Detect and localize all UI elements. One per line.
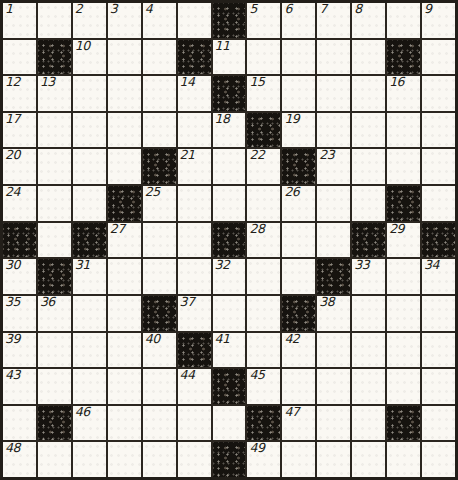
white-cell-r6c10[interactable] bbox=[317, 186, 350, 221]
white-cell-r6c11[interactable] bbox=[352, 186, 385, 221]
white-cell-r7c2[interactable] bbox=[38, 223, 71, 258]
black-cell-r13c7 bbox=[213, 442, 246, 477]
clue-number-32: 32 bbox=[215, 258, 230, 272]
white-cell-r12c11[interactable] bbox=[352, 406, 385, 441]
clue-number-15: 15 bbox=[249, 75, 264, 89]
white-cell-r10c8[interactable] bbox=[247, 333, 280, 368]
white-cell-r1c9[interactable]: 6 bbox=[282, 3, 315, 38]
white-cell-r7c9[interactable] bbox=[282, 223, 315, 258]
white-cell-r1c6[interactable] bbox=[178, 3, 211, 38]
white-cell-r12c1[interactable] bbox=[3, 406, 36, 441]
white-cell-r12c10[interactable] bbox=[317, 406, 350, 441]
white-cell-r5c13[interactable] bbox=[422, 149, 455, 184]
clue-number-47: 47 bbox=[284, 405, 299, 419]
white-cell-r9c1[interactable]: 35 bbox=[3, 296, 36, 331]
white-cell-r2c9[interactable] bbox=[282, 40, 315, 75]
white-cell-r12c7[interactable] bbox=[213, 406, 246, 441]
clue-number-25: 25 bbox=[145, 185, 160, 199]
black-cell-r12c8 bbox=[247, 406, 280, 441]
white-cell-r8c3[interactable]: 31 bbox=[73, 259, 106, 294]
white-cell-r4c1[interactable]: 17 bbox=[3, 113, 36, 148]
white-cell-r10c3[interactable] bbox=[73, 333, 106, 368]
clue-number-9: 9 bbox=[424, 2, 431, 16]
white-cell-r13c9[interactable] bbox=[282, 442, 315, 477]
clue-number-44: 44 bbox=[180, 368, 195, 382]
white-cell-r2c1[interactable] bbox=[3, 40, 36, 75]
black-cell-r12c2 bbox=[38, 406, 71, 441]
clue-number-33: 33 bbox=[354, 258, 369, 272]
white-cell-r4c4[interactable] bbox=[108, 113, 141, 148]
white-cell-r7c8[interactable]: 28 bbox=[247, 223, 280, 258]
clue-number-6: 6 bbox=[284, 2, 291, 16]
clue-number-1: 1 bbox=[5, 2, 12, 16]
white-cell-r2c4[interactable] bbox=[108, 40, 141, 75]
white-cell-r10c10[interactable] bbox=[317, 333, 350, 368]
white-cell-r5c1[interactable]: 20 bbox=[3, 149, 36, 184]
black-cell-r11c7 bbox=[213, 369, 246, 404]
black-cell-r6c4 bbox=[108, 186, 141, 221]
clue-number-31: 31 bbox=[75, 258, 90, 272]
white-cell-r13c11[interactable] bbox=[352, 442, 385, 477]
black-cell-r7c13 bbox=[422, 223, 455, 258]
white-cell-r6c9[interactable]: 26 bbox=[282, 186, 315, 221]
clue-number-41: 41 bbox=[215, 332, 230, 346]
white-cell-r11c10[interactable] bbox=[317, 369, 350, 404]
white-cell-r8c12[interactable] bbox=[387, 259, 420, 294]
white-cell-r8c11[interactable]: 33 bbox=[352, 259, 385, 294]
white-cell-r11c1[interactable]: 43 bbox=[3, 369, 36, 404]
white-cell-r6c7[interactable] bbox=[213, 186, 246, 221]
white-cell-r6c6[interactable] bbox=[178, 186, 211, 221]
white-cell-r8c9[interactable] bbox=[282, 259, 315, 294]
white-cell-r7c4[interactable]: 27 bbox=[108, 223, 141, 258]
black-cell-r7c7 bbox=[213, 223, 246, 258]
black-cell-r7c3 bbox=[73, 223, 106, 258]
white-cell-r4c6[interactable] bbox=[178, 113, 211, 148]
black-cell-r5c9 bbox=[282, 149, 315, 184]
white-cell-r10c4[interactable] bbox=[108, 333, 141, 368]
white-cell-r11c8[interactable]: 45 bbox=[247, 369, 280, 404]
white-cell-r11c5[interactable] bbox=[143, 369, 176, 404]
black-cell-r3c7 bbox=[213, 76, 246, 111]
white-cell-r9c2[interactable]: 36 bbox=[38, 296, 71, 331]
white-cell-r1c1[interactable]: 1 bbox=[3, 3, 36, 38]
clue-number-37: 37 bbox=[180, 295, 195, 309]
white-cell-r11c2[interactable] bbox=[38, 369, 71, 404]
clue-number-42: 42 bbox=[284, 332, 299, 346]
white-cell-r3c5[interactable] bbox=[143, 76, 176, 111]
white-cell-r8c13[interactable]: 34 bbox=[422, 259, 455, 294]
black-cell-r2c2 bbox=[38, 40, 71, 75]
black-cell-r9c5 bbox=[143, 296, 176, 331]
white-cell-r8c6[interactable] bbox=[178, 259, 211, 294]
white-cell-r3c4[interactable] bbox=[108, 76, 141, 111]
white-cell-r3c10[interactable] bbox=[317, 76, 350, 111]
white-cell-r1c12[interactable] bbox=[387, 3, 420, 38]
white-cell-r9c12[interactable] bbox=[387, 296, 420, 331]
clue-number-11: 11 bbox=[215, 39, 230, 53]
white-cell-r4c5[interactable] bbox=[143, 113, 176, 148]
clue-number-28: 28 bbox=[249, 222, 264, 236]
white-cell-r3c12[interactable]: 16 bbox=[387, 76, 420, 111]
white-cell-r7c5[interactable] bbox=[143, 223, 176, 258]
white-cell-r1c4[interactable]: 3 bbox=[108, 3, 141, 38]
white-cell-r5c4[interactable] bbox=[108, 149, 141, 184]
white-cell-r13c6[interactable] bbox=[178, 442, 211, 477]
clue-number-35: 35 bbox=[5, 295, 20, 309]
clue-number-4: 4 bbox=[145, 2, 152, 16]
white-cell-r1c5[interactable]: 4 bbox=[143, 3, 176, 38]
clue-number-30: 30 bbox=[5, 258, 20, 272]
white-cell-r9c8[interactable] bbox=[247, 296, 280, 331]
white-cell-r8c4[interactable] bbox=[108, 259, 141, 294]
white-cell-r9c11[interactable] bbox=[352, 296, 385, 331]
black-cell-r12c12 bbox=[387, 406, 420, 441]
clue-number-45: 45 bbox=[249, 368, 264, 382]
white-cell-r3c3[interactable] bbox=[73, 76, 106, 111]
white-cell-r10c9[interactable]: 42 bbox=[282, 333, 315, 368]
white-cell-r2c13[interactable] bbox=[422, 40, 455, 75]
white-cell-r10c7[interactable]: 41 bbox=[213, 333, 246, 368]
white-cell-r5c12[interactable] bbox=[387, 149, 420, 184]
white-cell-r3c9[interactable] bbox=[282, 76, 315, 111]
white-cell-r1c2[interactable] bbox=[38, 3, 71, 38]
white-cell-r9c10[interactable]: 38 bbox=[317, 296, 350, 331]
white-cell-r9c3[interactable] bbox=[73, 296, 106, 331]
white-cell-r11c6[interactable]: 44 bbox=[178, 369, 211, 404]
white-cell-r4c2[interactable] bbox=[38, 113, 71, 148]
white-cell-r13c1[interactable]: 48 bbox=[3, 442, 36, 477]
white-cell-r2c11[interactable] bbox=[352, 40, 385, 75]
white-cell-r5c7[interactable] bbox=[213, 149, 246, 184]
clue-number-38: 38 bbox=[319, 295, 334, 309]
white-cell-r9c4[interactable] bbox=[108, 296, 141, 331]
white-cell-r11c3[interactable] bbox=[73, 369, 106, 404]
clue-number-27: 27 bbox=[110, 222, 125, 236]
clue-number-24: 24 bbox=[5, 185, 20, 199]
white-cell-r9c6[interactable]: 37 bbox=[178, 296, 211, 331]
clue-number-40: 40 bbox=[145, 332, 160, 346]
white-cell-r3c1[interactable]: 12 bbox=[3, 76, 36, 111]
black-cell-r4c8 bbox=[247, 113, 280, 148]
white-cell-r13c8[interactable]: 49 bbox=[247, 442, 280, 477]
white-cell-r11c12[interactable] bbox=[387, 369, 420, 404]
white-cell-r3c6[interactable]: 14 bbox=[178, 76, 211, 111]
white-cell-r13c4[interactable] bbox=[108, 442, 141, 477]
white-cell-r12c4[interactable] bbox=[108, 406, 141, 441]
white-cell-r6c1[interactable]: 24 bbox=[3, 186, 36, 221]
white-cell-r11c11[interactable] bbox=[352, 369, 385, 404]
white-cell-r2c3[interactable]: 10 bbox=[73, 40, 106, 75]
white-cell-r5c8[interactable]: 22 bbox=[247, 149, 280, 184]
black-cell-r9c9 bbox=[282, 296, 315, 331]
black-cell-r1c7 bbox=[213, 3, 246, 38]
white-cell-r3c13[interactable] bbox=[422, 76, 455, 111]
clue-number-20: 20 bbox=[5, 148, 20, 162]
white-cell-r12c9[interactable]: 47 bbox=[282, 406, 315, 441]
white-cell-r13c12[interactable] bbox=[387, 442, 420, 477]
clue-number-29: 29 bbox=[389, 222, 404, 236]
white-cell-r4c11[interactable] bbox=[352, 113, 385, 148]
white-cell-r5c11[interactable] bbox=[352, 149, 385, 184]
clue-number-26: 26 bbox=[284, 185, 299, 199]
black-cell-r7c11 bbox=[352, 223, 385, 258]
white-cell-r7c6[interactable] bbox=[178, 223, 211, 258]
white-cell-r13c5[interactable] bbox=[143, 442, 176, 477]
white-cell-r10c5[interactable]: 40 bbox=[143, 333, 176, 368]
clue-number-36: 36 bbox=[40, 295, 55, 309]
white-cell-r12c5[interactable] bbox=[143, 406, 176, 441]
white-cell-r12c13[interactable] bbox=[422, 406, 455, 441]
clue-number-48: 48 bbox=[5, 441, 20, 455]
clue-number-14: 14 bbox=[180, 75, 195, 89]
white-cell-r13c3[interactable] bbox=[73, 442, 106, 477]
clue-number-43: 43 bbox=[5, 368, 20, 382]
white-cell-r2c8[interactable] bbox=[247, 40, 280, 75]
white-cell-r5c6[interactable]: 21 bbox=[178, 149, 211, 184]
black-cell-r8c10 bbox=[317, 259, 350, 294]
white-cell-r4c7[interactable]: 18 bbox=[213, 113, 246, 148]
clue-number-19: 19 bbox=[284, 112, 299, 126]
white-cell-r3c11[interactable] bbox=[352, 76, 385, 111]
white-cell-r1c10[interactable]: 7 bbox=[317, 3, 350, 38]
white-cell-r6c5[interactable]: 25 bbox=[143, 186, 176, 221]
white-cell-r1c13[interactable]: 9 bbox=[422, 3, 455, 38]
white-cell-r10c13[interactable] bbox=[422, 333, 455, 368]
white-cell-r11c9[interactable] bbox=[282, 369, 315, 404]
black-cell-r8c2 bbox=[38, 259, 71, 294]
clue-number-12: 12 bbox=[5, 75, 20, 89]
clue-number-2: 2 bbox=[75, 2, 82, 16]
clue-number-21: 21 bbox=[180, 148, 195, 162]
white-cell-r4c9[interactable]: 19 bbox=[282, 113, 315, 148]
white-cell-r10c2[interactable] bbox=[38, 333, 71, 368]
white-cell-r4c12[interactable] bbox=[387, 113, 420, 148]
clue-number-10: 10 bbox=[75, 39, 90, 53]
white-cell-r4c13[interactable] bbox=[422, 113, 455, 148]
white-cell-r11c4[interactable] bbox=[108, 369, 141, 404]
clue-number-17: 17 bbox=[5, 112, 20, 126]
clue-number-34: 34 bbox=[424, 258, 439, 272]
white-cell-r7c12[interactable]: 29 bbox=[387, 223, 420, 258]
clue-number-7: 7 bbox=[319, 2, 326, 16]
white-cell-r12c3[interactable]: 46 bbox=[73, 406, 106, 441]
black-cell-r6c12 bbox=[387, 186, 420, 221]
white-cell-r10c12[interactable] bbox=[387, 333, 420, 368]
white-cell-r8c8[interactable] bbox=[247, 259, 280, 294]
clue-number-39: 39 bbox=[5, 332, 20, 346]
white-cell-r2c10[interactable] bbox=[317, 40, 350, 75]
clue-number-23: 23 bbox=[319, 148, 334, 162]
clue-number-16: 16 bbox=[389, 75, 404, 89]
clue-number-18: 18 bbox=[215, 112, 230, 126]
white-cell-r7c10[interactable] bbox=[317, 223, 350, 258]
white-cell-r3c2[interactable]: 13 bbox=[38, 76, 71, 111]
white-cell-r8c5[interactable] bbox=[143, 259, 176, 294]
clue-number-13: 13 bbox=[40, 75, 55, 89]
white-cell-r6c3[interactable] bbox=[73, 186, 106, 221]
white-cell-r9c13[interactable] bbox=[422, 296, 455, 331]
white-cell-r11c13[interactable] bbox=[422, 369, 455, 404]
white-cell-r2c5[interactable] bbox=[143, 40, 176, 75]
white-cell-r13c10[interactable] bbox=[317, 442, 350, 477]
white-cell-r13c2[interactable] bbox=[38, 442, 71, 477]
white-cell-r5c10[interactable]: 23 bbox=[317, 149, 350, 184]
clue-number-5: 5 bbox=[249, 2, 256, 16]
black-cell-r2c12 bbox=[387, 40, 420, 75]
clue-number-3: 3 bbox=[110, 2, 117, 16]
white-cell-r8c7[interactable]: 32 bbox=[213, 259, 246, 294]
white-cell-r4c10[interactable] bbox=[317, 113, 350, 148]
white-cell-r9c7[interactable] bbox=[213, 296, 246, 331]
white-cell-r6c2[interactable] bbox=[38, 186, 71, 221]
white-cell-r5c2[interactable] bbox=[38, 149, 71, 184]
clue-number-8: 8 bbox=[354, 2, 361, 16]
white-cell-r6c8[interactable] bbox=[247, 186, 280, 221]
white-cell-r1c8[interactable]: 5 bbox=[247, 3, 280, 38]
white-cell-r10c11[interactable] bbox=[352, 333, 385, 368]
black-cell-r2c6 bbox=[178, 40, 211, 75]
white-cell-r5c3[interactable] bbox=[73, 149, 106, 184]
white-cell-r3c8[interactable]: 15 bbox=[247, 76, 280, 111]
white-cell-r2c7[interactable]: 11 bbox=[213, 40, 246, 75]
black-cell-r10c6 bbox=[178, 333, 211, 368]
clue-number-46: 46 bbox=[75, 405, 90, 419]
white-cell-r13c13[interactable] bbox=[422, 442, 455, 477]
white-cell-r8c1[interactable]: 30 bbox=[3, 259, 36, 294]
white-cell-r1c11[interactable]: 8 bbox=[352, 3, 385, 38]
white-cell-r4c3[interactable] bbox=[73, 113, 106, 148]
clue-number-22: 22 bbox=[249, 148, 264, 162]
crossword-board: 1234567891011121314151617181920212223242… bbox=[0, 0, 458, 480]
black-cell-r7c1 bbox=[3, 223, 36, 258]
white-cell-r10c1[interactable]: 39 bbox=[3, 333, 36, 368]
clue-number-49: 49 bbox=[249, 441, 264, 455]
white-cell-r1c3[interactable]: 2 bbox=[73, 3, 106, 38]
white-cell-r6c13[interactable] bbox=[422, 186, 455, 221]
white-cell-r12c6[interactable] bbox=[178, 406, 211, 441]
black-cell-r5c5 bbox=[143, 149, 176, 184]
